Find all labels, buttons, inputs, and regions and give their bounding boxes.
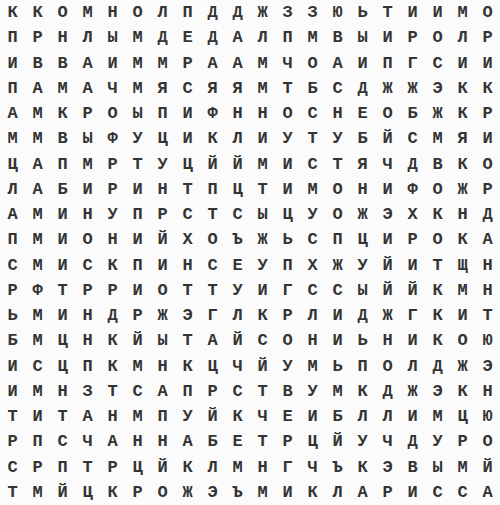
grid-cell[interactable]: О — [375, 101, 400, 126]
grid-cell[interactable]: А — [175, 429, 200, 454]
grid-cell[interactable]: О — [100, 101, 125, 126]
grid-cell[interactable]: Л — [350, 404, 375, 429]
grid-cell[interactable]: А — [225, 51, 250, 76]
grid-cell[interactable]: О — [275, 101, 300, 126]
grid-cell[interactable]: Ь — [325, 354, 350, 379]
grid-cell[interactable]: Р — [375, 480, 400, 505]
grid-cell[interactable]: П — [150, 404, 175, 429]
grid-cell[interactable]: У — [150, 152, 175, 177]
grid-cell[interactable]: Н — [250, 101, 275, 126]
grid-cell[interactable]: С — [125, 379, 150, 404]
grid-cell[interactable]: У — [300, 379, 325, 404]
grid-cell[interactable]: Л — [325, 480, 350, 505]
grid-cell[interactable]: А — [200, 328, 225, 353]
grid-cell[interactable]: С — [250, 328, 275, 353]
grid-cell[interactable]: Д — [150, 25, 175, 50]
grid-cell[interactable]: И — [475, 51, 500, 76]
grid-cell[interactable]: И — [50, 202, 75, 227]
grid-cell[interactable]: М — [75, 0, 100, 25]
grid-cell[interactable]: Е — [225, 253, 250, 278]
grid-cell[interactable]: Ц — [125, 455, 150, 480]
grid-cell[interactable]: Н — [300, 328, 325, 353]
grid-cell[interactable]: П — [0, 25, 25, 50]
grid-cell[interactable]: З — [275, 0, 300, 25]
grid-cell[interactable]: Т — [425, 253, 450, 278]
grid-cell[interactable]: И — [250, 126, 275, 151]
grid-cell[interactable]: С — [225, 379, 250, 404]
grid-cell[interactable]: Т — [475, 303, 500, 328]
grid-cell[interactable]: Й — [375, 278, 400, 303]
grid-cell[interactable]: К — [50, 101, 75, 126]
grid-cell[interactable]: Т — [50, 278, 75, 303]
grid-cell[interactable]: М — [25, 328, 50, 353]
grid-cell[interactable]: Ж — [175, 480, 200, 505]
grid-cell[interactable]: Ю — [325, 0, 350, 25]
grid-cell[interactable]: Я — [200, 76, 225, 101]
grid-cell[interactable]: Ж — [250, 0, 275, 25]
grid-cell[interactable]: Т — [275, 76, 300, 101]
grid-cell[interactable]: Й — [225, 152, 250, 177]
grid-cell[interactable]: О — [275, 328, 300, 353]
grid-cell[interactable]: Ы — [150, 328, 175, 353]
grid-cell[interactable]: Т — [175, 328, 200, 353]
grid-cell[interactable]: М — [425, 126, 450, 151]
grid-cell[interactable]: Б — [350, 126, 375, 151]
grid-cell[interactable]: Р — [100, 455, 125, 480]
grid-cell[interactable]: П — [375, 51, 400, 76]
grid-cell[interactable]: А — [475, 480, 500, 505]
grid-cell[interactable]: Н — [75, 328, 100, 353]
grid-cell[interactable]: Ю — [475, 404, 500, 429]
grid-cell[interactable]: В — [25, 51, 50, 76]
grid-cell[interactable]: Х — [400, 202, 425, 227]
grid-cell[interactable]: О — [125, 0, 150, 25]
grid-cell[interactable]: П — [0, 76, 25, 101]
grid-cell[interactable]: П — [275, 253, 300, 278]
grid-cell[interactable]: У — [300, 202, 325, 227]
grid-cell[interactable]: А — [75, 51, 100, 76]
grid-cell[interactable]: Ц — [50, 328, 75, 353]
grid-cell[interactable]: Н — [475, 278, 500, 303]
grid-cell[interactable]: Д — [375, 379, 400, 404]
grid-cell[interactable]: Р — [400, 227, 425, 252]
grid-cell[interactable]: П — [325, 227, 350, 252]
grid-cell[interactable]: Ч — [100, 76, 125, 101]
grid-cell[interactable]: М — [325, 379, 350, 404]
grid-cell[interactable]: П — [25, 429, 50, 454]
grid-cell[interactable]: Й — [475, 455, 500, 480]
grid-cell[interactable]: П — [75, 354, 100, 379]
grid-cell[interactable]: П — [350, 354, 375, 379]
grid-cell[interactable]: Л — [450, 25, 475, 50]
grid-cell[interactable]: Л — [75, 25, 100, 50]
grid-cell[interactable]: Ц — [0, 152, 25, 177]
grid-cell[interactable]: У — [225, 278, 250, 303]
grid-cell[interactable]: Л — [400, 354, 425, 379]
grid-cell[interactable]: Ж — [350, 202, 375, 227]
grid-cell[interactable]: Ы — [350, 278, 375, 303]
grid-cell[interactable]: У — [125, 126, 150, 151]
grid-cell[interactable]: Р — [275, 429, 300, 454]
grid-cell[interactable]: Т — [250, 429, 275, 454]
grid-cell[interactable]: И — [325, 328, 350, 353]
grid-cell[interactable]: М — [25, 126, 50, 151]
grid-cell[interactable]: Р — [25, 455, 50, 480]
grid-cell[interactable]: С — [300, 227, 325, 252]
grid-cell[interactable]: Р — [475, 177, 500, 202]
grid-cell[interactable]: Й — [225, 328, 250, 353]
grid-cell[interactable]: Ж — [375, 303, 400, 328]
grid-cell[interactable]: Й — [325, 429, 350, 454]
grid-cell[interactable]: У — [325, 126, 350, 151]
grid-cell[interactable]: И — [375, 25, 400, 50]
grid-cell[interactable]: Д — [425, 354, 450, 379]
grid-cell[interactable]: С — [425, 480, 450, 505]
grid-cell[interactable]: О — [425, 177, 450, 202]
grid-cell[interactable]: Ъ — [225, 480, 250, 505]
grid-cell[interactable]: Ь — [0, 303, 25, 328]
grid-cell[interactable]: У — [425, 429, 450, 454]
grid-cell[interactable]: С — [175, 76, 200, 101]
grid-cell[interactable]: К — [0, 0, 25, 25]
grid-cell[interactable]: М — [300, 177, 325, 202]
grid-cell[interactable]: Й — [375, 126, 400, 151]
grid-cell[interactable]: М — [300, 354, 325, 379]
grid-cell[interactable]: К — [450, 379, 475, 404]
grid-cell[interactable]: И — [50, 227, 75, 252]
grid-cell[interactable]: С — [325, 278, 350, 303]
grid-cell[interactable]: О — [150, 278, 175, 303]
grid-cell[interactable]: П — [50, 455, 75, 480]
grid-cell[interactable]: К — [250, 303, 275, 328]
grid-cell[interactable]: И — [175, 101, 200, 126]
grid-cell[interactable]: З — [300, 0, 325, 25]
grid-cell[interactable]: О — [75, 227, 100, 252]
grid-cell[interactable]: Д — [200, 0, 225, 25]
grid-cell[interactable]: Д — [200, 25, 225, 50]
grid-cell[interactable]: К — [175, 354, 200, 379]
grid-cell[interactable]: Д — [400, 429, 425, 454]
grid-cell[interactable]: Й — [400, 278, 425, 303]
grid-cell[interactable]: Т — [125, 152, 150, 177]
grid-cell[interactable]: М — [125, 404, 150, 429]
grid-cell[interactable]: К — [450, 152, 475, 177]
grid-cell[interactable]: И — [150, 253, 175, 278]
grid-cell[interactable]: Р — [75, 101, 100, 126]
grid-cell[interactable]: Л — [250, 25, 275, 50]
grid-cell[interactable]: О — [475, 152, 500, 177]
grid-cell[interactable]: Л — [150, 0, 175, 25]
grid-cell[interactable]: К — [225, 404, 250, 429]
grid-cell[interactable]: У — [350, 253, 375, 278]
grid-cell[interactable]: Л — [0, 177, 25, 202]
grid-cell[interactable]: Ф — [100, 126, 125, 151]
grid-cell[interactable]: Е — [225, 429, 250, 454]
grid-cell[interactable]: Ж — [400, 76, 425, 101]
grid-cell[interactable]: О — [425, 227, 450, 252]
grid-cell[interactable]: М — [25, 253, 50, 278]
grid-cell[interactable]: А — [150, 379, 175, 404]
grid-cell[interactable]: Ч — [250, 404, 275, 429]
grid-cell[interactable]: Н — [100, 404, 125, 429]
grid-cell[interactable]: Р — [475, 25, 500, 50]
grid-cell[interactable]: М — [125, 354, 150, 379]
grid-cell[interactable]: А — [75, 76, 100, 101]
grid-cell[interactable]: М — [125, 51, 150, 76]
grid-cell[interactable]: Н — [50, 379, 75, 404]
grid-cell[interactable]: И — [375, 227, 400, 252]
grid-cell[interactable]: В — [275, 379, 300, 404]
grid-cell[interactable]: Й — [125, 328, 150, 353]
grid-cell[interactable]: Я — [450, 126, 475, 151]
grid-cell[interactable]: Б — [400, 101, 425, 126]
grid-cell[interactable]: О — [300, 51, 325, 76]
grid-cell[interactable]: М — [250, 76, 275, 101]
grid-cell[interactable]: Р — [475, 101, 500, 126]
grid-cell[interactable]: Р — [100, 177, 125, 202]
grid-cell[interactable]: У — [275, 354, 300, 379]
grid-cell[interactable]: Х — [175, 227, 200, 252]
grid-cell[interactable]: Б — [0, 328, 25, 353]
grid-cell[interactable]: Б — [200, 429, 225, 454]
grid-cell[interactable]: Ц — [350, 227, 375, 252]
grid-cell[interactable]: Т — [250, 379, 275, 404]
grid-cell[interactable]: Ъ — [325, 455, 350, 480]
grid-cell[interactable]: Э — [425, 76, 450, 101]
grid-cell[interactable]: Е — [350, 101, 375, 126]
grid-cell[interactable]: Т — [175, 177, 200, 202]
grid-cell[interactable]: С — [75, 253, 100, 278]
grid-cell[interactable]: С — [0, 455, 25, 480]
grid-cell[interactable]: Й — [200, 404, 225, 429]
grid-cell[interactable]: П — [150, 101, 175, 126]
grid-cell[interactable]: Д — [350, 303, 375, 328]
grid-cell[interactable]: Б — [50, 177, 75, 202]
grid-cell[interactable]: И — [400, 253, 425, 278]
grid-cell[interactable]: К — [450, 227, 475, 252]
grid-cell[interactable]: А — [325, 51, 350, 76]
grid-cell[interactable]: И — [475, 126, 500, 151]
grid-cell[interactable]: Л — [225, 303, 250, 328]
grid-cell[interactable]: О — [375, 354, 400, 379]
grid-cell[interactable]: М — [450, 0, 475, 25]
grid-cell[interactable]: М — [0, 126, 25, 151]
grid-cell[interactable]: И — [400, 480, 425, 505]
grid-cell[interactable]: А — [475, 227, 500, 252]
grid-cell[interactable]: И — [275, 480, 300, 505]
grid-cell[interactable]: Ы — [250, 202, 275, 227]
grid-cell[interactable]: С — [50, 429, 75, 454]
grid-cell[interactable]: А — [0, 101, 25, 126]
grid-cell[interactable]: Ж — [250, 227, 275, 252]
grid-cell[interactable]: С — [425, 51, 450, 76]
grid-cell[interactable]: О — [50, 0, 75, 25]
grid-cell[interactable]: И — [175, 126, 200, 151]
grid-cell[interactable]: А — [100, 429, 125, 454]
grid-cell[interactable]: О — [325, 202, 350, 227]
grid-cell[interactable]: Н — [350, 177, 375, 202]
grid-cell[interactable]: Э — [375, 202, 400, 227]
grid-cell[interactable]: Н — [475, 253, 500, 278]
grid-cell[interactable]: Э — [375, 455, 400, 480]
grid-cell[interactable]: К — [425, 303, 450, 328]
grid-cell[interactable]: Н — [475, 379, 500, 404]
grid-cell[interactable]: И — [400, 404, 425, 429]
grid-cell[interactable]: И — [125, 227, 150, 252]
grid-cell[interactable]: Н — [175, 253, 200, 278]
grid-cell[interactable]: У — [175, 404, 200, 429]
grid-cell[interactable]: П — [0, 227, 25, 252]
grid-cell[interactable]: Ы — [350, 25, 375, 50]
grid-cell[interactable]: Й — [250, 354, 275, 379]
grid-cell[interactable]: В — [400, 455, 425, 480]
grid-cell[interactable]: Э — [175, 303, 200, 328]
grid-cell[interactable]: Д — [100, 303, 125, 328]
grid-cell[interactable]: Н — [50, 25, 75, 50]
grid-cell[interactable]: С — [175, 202, 200, 227]
grid-cell[interactable]: Т — [375, 0, 400, 25]
grid-cell[interactable]: Ь — [275, 227, 300, 252]
grid-cell[interactable]: С — [400, 126, 425, 151]
grid-cell[interactable]: М — [425, 404, 450, 429]
grid-cell[interactable]: Т — [325, 152, 350, 177]
grid-cell[interactable]: М — [450, 455, 475, 480]
grid-cell[interactable]: С — [300, 152, 325, 177]
grid-cell[interactable]: У — [350, 429, 375, 454]
grid-cell[interactable]: Р — [100, 152, 125, 177]
grid-cell[interactable]: М — [450, 278, 475, 303]
grid-cell[interactable]: Р — [100, 278, 125, 303]
grid-cell[interactable]: К — [200, 126, 225, 151]
grid-cell[interactable]: Ч — [300, 455, 325, 480]
grid-cell[interactable]: Р — [0, 429, 25, 454]
grid-cell[interactable]: Ы — [425, 455, 450, 480]
grid-cell[interactable]: А — [75, 404, 100, 429]
grid-cell[interactable]: Э — [200, 480, 225, 505]
grid-cell[interactable]: Ю — [475, 328, 500, 353]
grid-cell[interactable]: Э — [425, 379, 450, 404]
grid-cell[interactable]: Г — [400, 51, 425, 76]
grid-cell[interactable]: Г — [400, 303, 425, 328]
grid-cell[interactable]: Р — [150, 202, 175, 227]
grid-cell[interactable]: К — [450, 76, 475, 101]
grid-cell[interactable]: Я — [350, 152, 375, 177]
grid-cell[interactable]: Ж — [450, 177, 475, 202]
grid-cell[interactable]: С — [225, 202, 250, 227]
grid-cell[interactable]: И — [400, 328, 425, 353]
grid-cell[interactable]: М — [250, 152, 275, 177]
grid-cell[interactable]: И — [350, 51, 375, 76]
grid-cell[interactable]: Т — [250, 177, 275, 202]
grid-cell[interactable]: Ч — [75, 429, 100, 454]
grid-cell[interactable]: М — [250, 480, 275, 505]
grid-cell[interactable]: Ц — [50, 354, 75, 379]
grid-cell[interactable]: Т — [300, 126, 325, 151]
grid-cell[interactable]: М — [25, 303, 50, 328]
grid-cell[interactable]: И — [125, 278, 150, 303]
grid-cell[interactable]: Т — [100, 379, 125, 404]
grid-cell[interactable]: И — [300, 404, 325, 429]
grid-cell[interactable]: В — [50, 126, 75, 151]
grid-cell[interactable]: Я — [225, 76, 250, 101]
grid-cell[interactable]: К — [350, 455, 375, 480]
grid-cell[interactable]: М — [300, 25, 325, 50]
grid-cell[interactable]: Л — [300, 303, 325, 328]
grid-cell[interactable]: К — [475, 76, 500, 101]
grid-cell[interactable]: П — [125, 202, 150, 227]
grid-cell[interactable]: И — [75, 177, 100, 202]
grid-cell[interactable]: Н — [450, 202, 475, 227]
grid-cell[interactable]: В — [325, 25, 350, 50]
grid-cell[interactable]: Ч — [225, 354, 250, 379]
grid-cell[interactable]: М — [25, 480, 50, 505]
grid-cell[interactable]: К — [100, 354, 125, 379]
grid-cell[interactable]: Н — [375, 328, 400, 353]
grid-cell[interactable]: С — [450, 480, 475, 505]
grid-cell[interactable]: Я — [150, 76, 175, 101]
grid-cell[interactable]: Д — [225, 0, 250, 25]
grid-cell[interactable]: О — [150, 480, 175, 505]
grid-cell[interactable]: Т — [0, 404, 25, 429]
grid-cell[interactable]: К — [450, 101, 475, 126]
grid-cell[interactable]: Й — [150, 455, 175, 480]
grid-cell[interactable]: Ь — [350, 0, 375, 25]
grid-cell[interactable]: К — [425, 328, 450, 353]
grid-cell[interactable]: Й — [50, 480, 75, 505]
grid-cell[interactable]: Х — [300, 253, 325, 278]
grid-cell[interactable]: Ф — [400, 177, 425, 202]
grid-cell[interactable]: Р — [275, 303, 300, 328]
grid-cell[interactable]: Ц — [150, 126, 175, 151]
grid-cell[interactable]: И — [250, 278, 275, 303]
grid-cell[interactable]: А — [200, 51, 225, 76]
grid-cell[interactable]: Г — [200, 303, 225, 328]
grid-cell[interactable]: К — [175, 455, 200, 480]
grid-cell[interactable]: М — [150, 51, 175, 76]
grid-cell[interactable]: И — [0, 51, 25, 76]
grid-cell[interactable]: Н — [250, 455, 275, 480]
grid-cell[interactable]: О — [475, 429, 500, 454]
grid-cell[interactable]: Т — [200, 202, 225, 227]
grid-cell[interactable]: Д — [475, 202, 500, 227]
grid-cell[interactable]: Р — [125, 480, 150, 505]
grid-cell[interactable]: Д — [350, 76, 375, 101]
grid-cell[interactable]: Л — [375, 404, 400, 429]
grid-cell[interactable]: Ж — [325, 253, 350, 278]
grid-cell[interactable]: Ц — [275, 202, 300, 227]
grid-cell[interactable]: С — [0, 253, 25, 278]
grid-cell[interactable]: Ь — [350, 328, 375, 353]
grid-cell[interactable]: К — [100, 480, 125, 505]
grid-cell[interactable]: В — [425, 152, 450, 177]
grid-cell[interactable]: Ж — [150, 303, 175, 328]
grid-cell[interactable]: М — [25, 202, 50, 227]
grid-cell[interactable]: С — [300, 101, 325, 126]
grid-cell[interactable]: Ч — [275, 51, 300, 76]
grid-cell[interactable]: Д — [400, 152, 425, 177]
grid-cell[interactable]: И — [375, 177, 400, 202]
grid-cell[interactable]: В — [50, 51, 75, 76]
grid-cell[interactable]: И — [125, 177, 150, 202]
grid-cell[interactable]: Ъ — [225, 227, 250, 252]
grid-cell[interactable]: Ы — [75, 126, 100, 151]
grid-cell[interactable]: А — [25, 76, 50, 101]
grid-cell[interactable]: И — [100, 51, 125, 76]
grid-cell[interactable]: Б — [300, 76, 325, 101]
grid-cell[interactable]: И — [325, 303, 350, 328]
grid-cell[interactable]: И — [450, 51, 475, 76]
grid-cell[interactable]: А — [25, 152, 50, 177]
